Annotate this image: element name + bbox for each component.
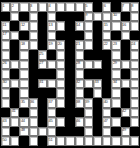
white-cell[interactable] [29,31,38,41]
white-cell[interactable] [84,79,93,89]
black-cell [38,69,47,79]
white-cell[interactable]: 50 [1,136,10,146]
white-cell[interactable] [19,88,28,98]
white-cell[interactable] [56,88,65,98]
clue-number: 50 [3,137,7,142]
black-cell [93,40,102,50]
white-cell[interactable] [111,69,120,79]
black-cell [65,127,74,137]
clue-number: 21 [76,41,80,46]
white-cell[interactable] [75,50,84,60]
white-cell[interactable]: 40 [102,98,111,108]
white-cell[interactable] [56,50,65,60]
black-cell [121,98,130,108]
white-cell[interactable]: 33 [93,79,102,89]
white-cell[interactable] [38,2,47,12]
white-cell[interactable] [29,40,38,50]
black-cell [29,79,38,89]
clue-number: 23 [113,41,117,46]
clue-number: 13 [48,22,52,27]
black-cell [121,88,130,98]
white-cell[interactable] [121,136,130,146]
black-cell [38,117,47,127]
white-cell[interactable] [130,88,139,98]
clue-number: 48 [21,127,25,132]
black-cell [65,31,74,41]
clue-number: 4 [48,3,50,8]
clue-number: 34 [113,79,117,84]
black-cell [75,127,84,137]
white-cell[interactable] [19,50,28,60]
white-cell[interactable] [47,108,56,118]
clue-number: 43 [3,118,7,123]
black-cell [38,98,47,108]
black-cell [121,69,130,79]
clue-number: 44 [21,118,25,123]
white-cell[interactable]: 39 [84,98,93,108]
clue-number: 3 [30,3,32,8]
white-cell[interactable] [10,31,19,41]
clue-number: 17 [3,31,7,36]
clue-number: 37 [48,99,52,104]
white-cell[interactable] [111,21,120,31]
black-cell [38,31,47,41]
white-cell[interactable] [56,60,65,70]
white-cell[interactable] [10,12,19,22]
clue-number: 20 [58,41,62,46]
white-cell[interactable] [111,98,120,108]
clue-number: 36 [30,99,34,104]
white-cell[interactable]: 28 [75,60,84,70]
clue-number: 2 [12,3,14,8]
white-cell[interactable] [47,12,56,22]
black-cell [1,12,10,22]
black-cell [19,108,28,118]
white-cell[interactable]: 34 [111,79,120,89]
black-cell [102,79,111,89]
black-cell [29,69,38,79]
white-cell[interactable] [130,136,139,146]
white-cell[interactable] [1,88,10,98]
black-cell [102,88,111,98]
black-cell [10,127,19,137]
clue-number: 5 [85,3,87,8]
white-cell[interactable]: 51 [47,136,56,146]
clue-number: 41 [12,108,16,113]
clue-number: 46 [76,118,80,123]
clue-number: 49 [122,127,126,132]
clue-number: 25 [39,51,43,56]
white-cell[interactable] [102,127,111,137]
white-cell[interactable] [102,108,111,118]
black-cell [93,98,102,108]
clue-number: 9 [85,12,87,17]
clue-number: 28 [76,60,80,65]
clue-number: 6 [104,3,106,8]
white-cell[interactable] [1,127,10,137]
white-cell[interactable]: 49 [121,127,130,137]
white-cell[interactable]: 30 [1,79,10,89]
white-cell[interactable] [1,98,10,108]
white-cell[interactable] [10,117,19,127]
white-cell[interactable] [75,2,84,12]
clue-number: 24 [131,41,135,46]
white-cell[interactable]: 44 [19,117,28,127]
black-cell [65,88,74,98]
white-cell[interactable]: 47 [102,117,111,127]
white-cell[interactable]: 12 [19,21,28,31]
white-cell[interactable]: 1 [1,2,10,12]
white-cell[interactable]: 42 [121,108,130,118]
white-cell[interactable]: 41 [10,108,19,118]
clue-number: 29 [113,60,117,65]
white-cell[interactable]: 18 [19,40,28,50]
black-cell [29,60,38,70]
white-cell[interactable] [19,2,28,12]
white-cell[interactable] [84,127,93,137]
black-cell [121,12,130,22]
white-cell[interactable] [29,136,38,146]
white-cell[interactable] [10,60,19,70]
white-cell[interactable] [130,79,139,89]
white-cell[interactable]: 7 [121,2,130,12]
white-cell[interactable]: 15 [102,21,111,31]
black-cell [38,40,47,50]
black-cell [65,12,74,22]
white-cell[interactable] [10,136,19,146]
black-cell [121,50,130,60]
black-cell [56,108,65,118]
black-cell [47,69,56,79]
white-cell[interactable] [47,60,56,70]
white-cell[interactable] [121,79,130,89]
white-cell[interactable]: 3 [29,2,38,12]
white-cell[interactable] [130,69,139,79]
clue-number: 16 [122,22,126,27]
white-cell[interactable]: 29 [111,60,120,70]
black-cell [102,50,111,60]
crossword-grid: 1234567891011121314151617181920212223242… [1,2,139,146]
white-cell[interactable]: 38 [75,98,84,108]
clue-number: 40 [104,99,108,104]
white-cell[interactable] [47,79,56,89]
white-cell[interactable] [56,2,65,12]
black-cell [130,31,139,41]
white-cell[interactable] [111,117,120,127]
black-cell [93,21,102,31]
white-cell[interactable]: 48 [19,127,28,137]
white-cell[interactable] [65,2,74,12]
white-cell[interactable]: 21 [75,40,84,50]
black-cell [93,69,102,79]
white-cell[interactable] [93,136,102,146]
white-cell[interactable]: 35 [19,98,28,108]
clue-number: 12 [21,22,25,27]
black-cell [10,50,19,60]
clue-number: 33 [94,79,98,84]
white-cell[interactable] [29,108,38,118]
clue-number: 8 [131,3,133,8]
black-cell [84,88,93,98]
black-cell [65,69,74,79]
clue-number: 31 [39,79,43,84]
black-cell [19,12,28,22]
white-cell[interactable] [111,88,120,98]
white-cell[interactable]: 45 [47,117,56,127]
clue-number: 45 [48,118,52,123]
clue-number: 1 [3,3,5,8]
black-cell [102,60,111,70]
white-cell[interactable]: 43 [1,117,10,127]
black-cell [19,136,28,146]
black-cell [93,127,102,137]
white-cell[interactable]: 19 [47,40,56,50]
white-cell[interactable] [56,117,65,127]
white-cell[interactable] [93,12,102,22]
black-cell [56,12,65,22]
white-cell[interactable] [111,136,120,146]
clue-number: 15 [104,22,108,27]
clue-number: 10 [113,12,117,17]
white-cell[interactable] [84,60,93,70]
white-cell[interactable] [102,12,111,22]
black-cell [121,40,130,50]
white-cell[interactable]: 31 [38,79,47,89]
black-cell [29,88,38,98]
black-cell [93,108,102,118]
black-cell [56,127,65,137]
white-cell[interactable]: 27 [38,60,47,70]
white-cell[interactable]: 26 [1,60,10,70]
black-cell [65,40,74,50]
white-cell[interactable]: 5 [84,2,93,12]
black-cell [102,69,111,79]
white-cell[interactable] [1,69,10,79]
black-cell [38,108,47,118]
white-cell[interactable] [1,50,10,60]
white-cell[interactable] [130,21,139,31]
white-cell[interactable]: 14 [75,21,84,31]
white-cell[interactable] [56,69,65,79]
white-cell[interactable] [121,60,130,70]
black-cell [65,117,74,127]
white-cell[interactable]: 2 [10,2,19,12]
black-cell [47,50,56,60]
white-cell[interactable] [29,21,38,31]
white-cell[interactable]: 20 [56,40,65,50]
black-cell [10,69,19,79]
white-cell[interactable] [121,31,130,41]
black-cell [84,69,93,79]
white-cell[interactable] [130,50,139,60]
black-cell [65,50,74,60]
black-cell [130,127,139,137]
white-cell[interactable]: 11 [1,21,10,31]
black-cell [19,31,28,41]
white-cell[interactable] [1,40,10,50]
clue-number: 32 [76,79,80,84]
white-cell[interactable]: 32 [75,79,84,89]
black-cell [38,88,47,98]
clue-number: 11 [3,22,7,27]
white-cell[interactable] [130,98,139,108]
white-cell[interactable] [84,117,93,127]
clue-number: 47 [104,118,108,123]
crossword-board: 1234567891011121314151617181920212223242… [0,0,140,148]
black-cell [38,136,47,146]
black-cell [121,117,130,127]
white-cell[interactable] [84,108,93,118]
black-cell [65,60,74,70]
white-cell[interactable] [130,12,139,22]
black-cell [75,31,84,41]
clue-number: 14 [76,22,80,27]
clue-number: 51 [48,137,52,142]
black-cell [65,98,74,108]
white-cell[interactable] [29,12,38,22]
white-cell[interactable]: 24 [130,40,139,50]
white-cell[interactable]: 17 [1,31,10,41]
white-cell[interactable] [19,60,28,70]
black-cell [84,50,93,60]
clue-number: 42 [122,108,126,113]
clue-number: 27 [39,60,43,65]
clue-number: 35 [21,99,25,104]
black-cell [93,117,102,127]
black-cell [10,21,19,31]
white-cell[interactable] [19,69,28,79]
white-cell[interactable] [29,127,38,137]
black-cell [65,21,74,31]
black-cell [93,2,102,12]
clue-number: 30 [3,79,7,84]
white-cell[interactable] [102,31,111,41]
white-cell[interactable]: 9 [84,12,93,22]
white-cell[interactable] [84,136,93,146]
white-cell[interactable] [93,88,102,98]
white-cell[interactable] [10,79,19,89]
black-cell [10,98,19,108]
white-cell[interactable] [130,60,139,70]
black-cell [38,21,47,31]
white-cell[interactable]: 22 [102,40,111,50]
clue-number: 39 [85,99,89,104]
clue-number: 18 [21,41,25,46]
black-cell [1,108,10,118]
white-cell[interactable] [47,127,56,137]
black-cell [111,2,120,12]
clue-number: 38 [76,99,80,104]
clue-number: 7 [122,3,124,8]
white-cell[interactable] [111,50,120,60]
black-cell [111,127,120,137]
black-cell [47,88,56,98]
white-cell[interactable] [38,127,47,137]
white-cell[interactable] [47,31,56,41]
white-cell[interactable]: 4 [47,2,56,12]
black-cell [111,108,120,118]
white-cell[interactable]: 10 [111,12,120,22]
black-cell [29,50,38,60]
white-cell[interactable] [130,117,139,127]
white-cell[interactable] [75,88,84,98]
white-cell[interactable]: 8 [130,2,139,12]
black-cell [93,50,102,60]
white-cell[interactable]: 25 [38,50,47,60]
white-cell[interactable] [102,136,111,146]
white-cell[interactable] [65,136,74,146]
black-cell [111,31,120,41]
white-cell[interactable] [56,21,65,31]
white-cell[interactable]: 16 [121,21,130,31]
white-cell[interactable] [75,69,84,79]
white-cell[interactable]: 36 [29,98,38,108]
white-cell[interactable] [84,40,93,50]
white-cell[interactable]: 37 [47,98,56,108]
white-cell[interactable] [84,21,93,31]
white-cell[interactable] [56,79,65,89]
white-cell[interactable]: 23 [111,40,120,50]
black-cell [10,40,19,50]
black-cell [65,79,74,89]
white-cell[interactable]: 13 [47,21,56,31]
white-cell[interactable] [130,108,139,118]
white-cell[interactable] [93,60,102,70]
black-cell [65,108,74,118]
clue-number: 19 [48,41,52,46]
white-cell[interactable] [29,117,38,127]
white-cell[interactable] [56,136,65,146]
clue-number: 26 [3,60,7,65]
black-cell [93,31,102,41]
white-cell[interactable] [84,31,93,41]
black-cell [10,88,19,98]
white-cell[interactable]: 46 [75,117,84,127]
black-cell [56,31,65,41]
white-cell[interactable] [19,79,28,89]
black-cell [75,12,84,22]
black-cell [38,12,47,22]
clue-number: 22 [104,41,108,46]
black-cell [75,108,84,118]
white-cell[interactable] [75,136,84,146]
white-cell[interactable] [56,98,65,108]
white-cell[interactable]: 6 [102,2,111,12]
